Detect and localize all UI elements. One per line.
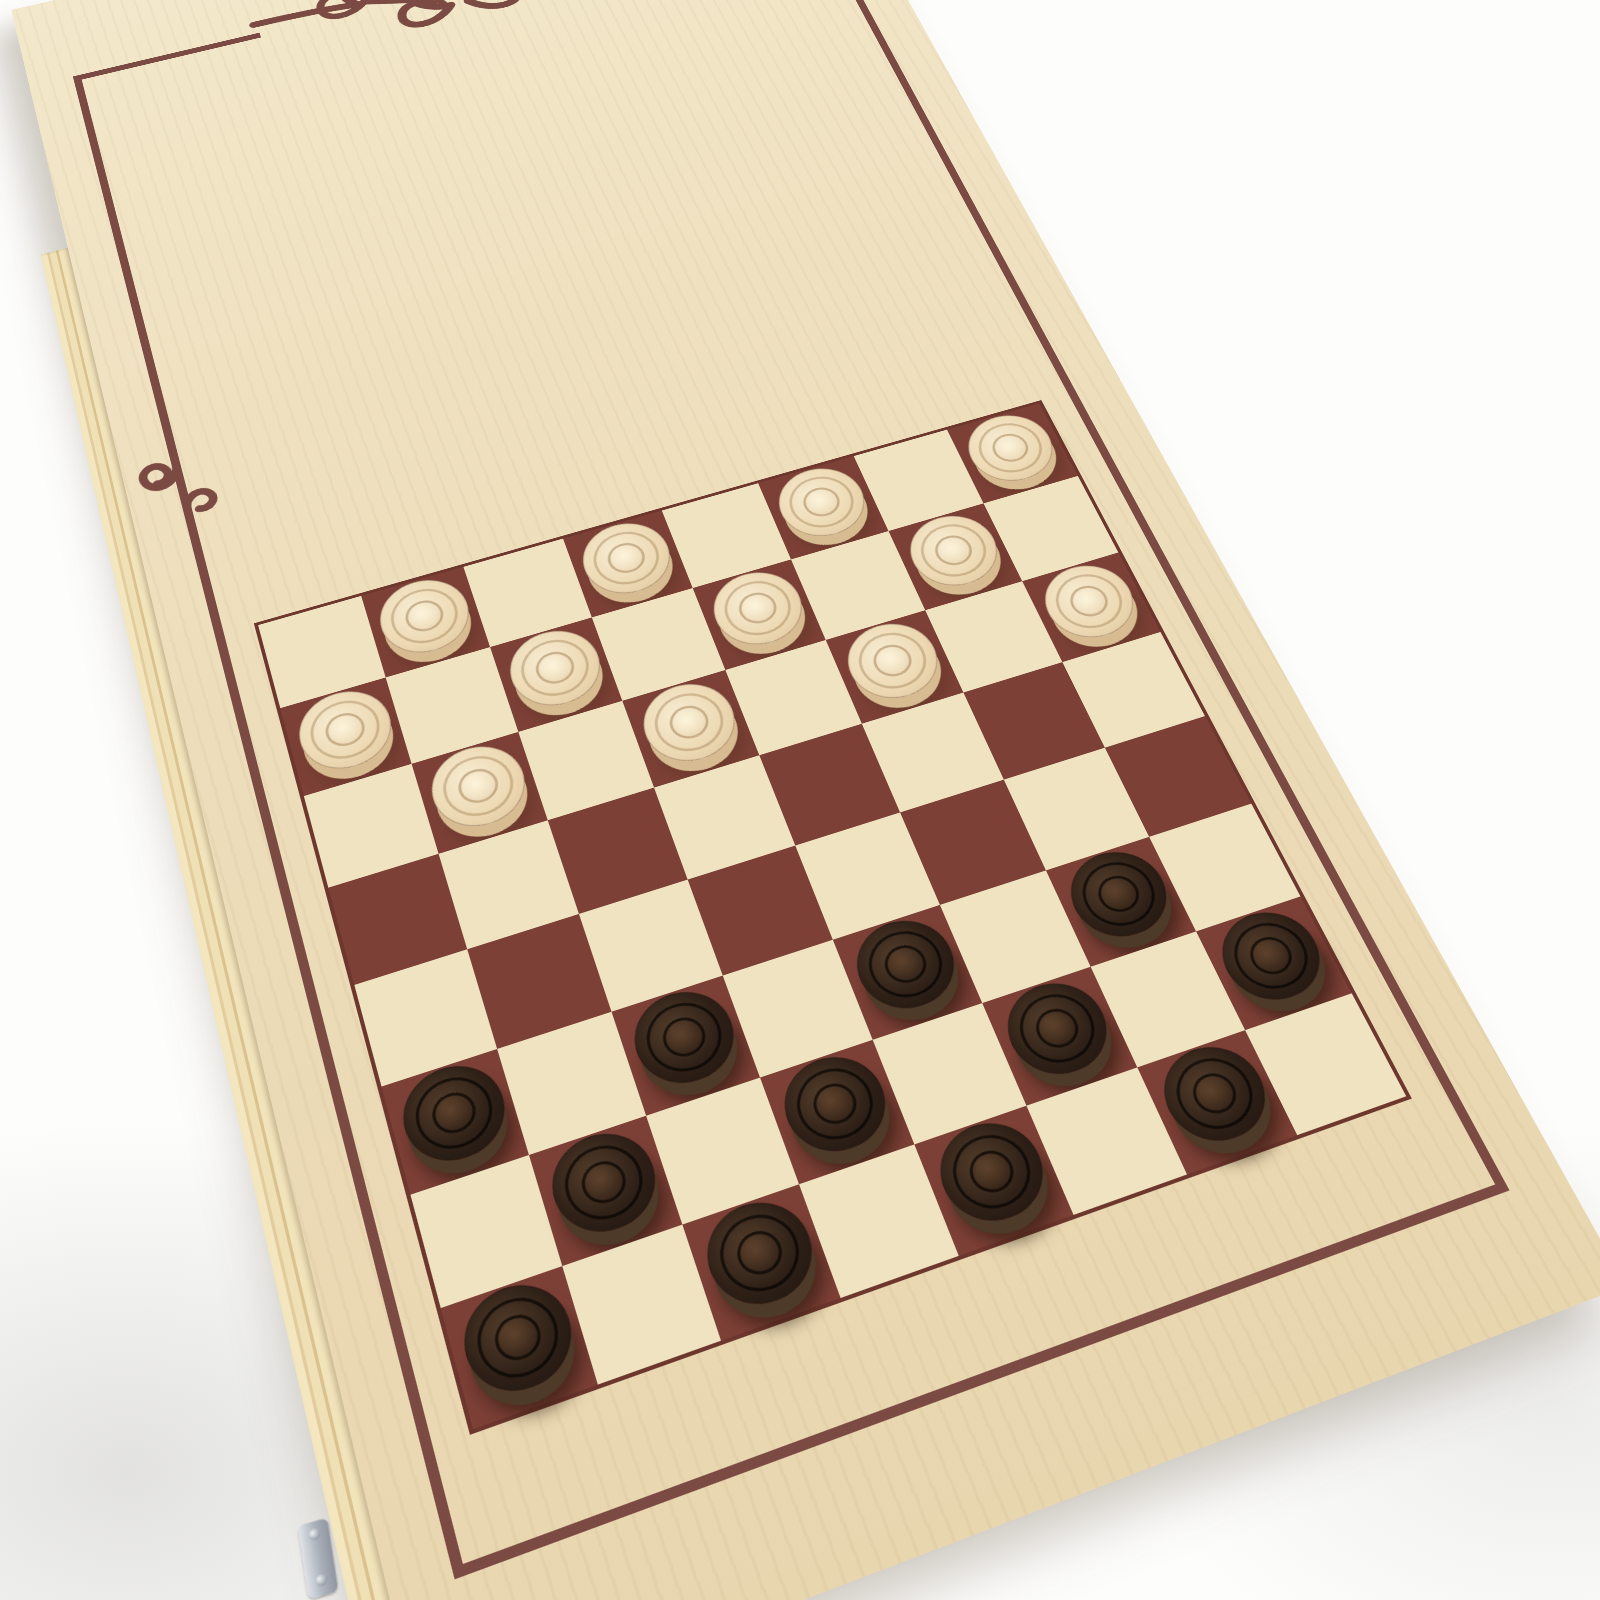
- checker-light-h8[interactable]: [956, 407, 1065, 490]
- flourish-ornament-icon: [234, 0, 666, 71]
- left-edge-curl-icon: [128, 437, 226, 553]
- screw-icon: [308, 1527, 321, 1542]
- photo-stage: [0, 0, 1600, 1600]
- frame-line-top-left: [73, 33, 261, 82]
- checker-light-b8[interactable]: [372, 570, 479, 662]
- checker-light-d8[interactable]: [573, 514, 681, 603]
- screw-icon: [315, 1573, 328, 1588]
